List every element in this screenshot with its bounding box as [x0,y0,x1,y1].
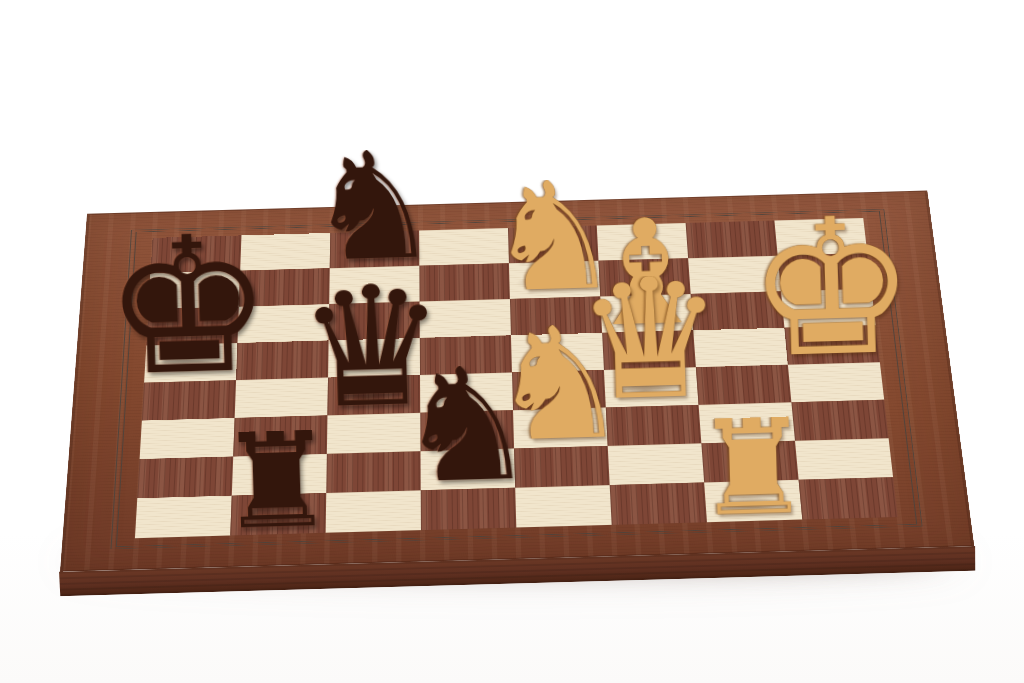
square-h8[interactable] [799,477,898,519]
board-top-surface: ♞♞♝♚♚♛♛♞♞♜♜ [60,190,974,571]
piece-white-king-h4[interactable]: ♚ [745,213,918,364]
square-f8[interactable] [610,482,707,524]
piece-black-king-a4[interactable]: ♚ [102,231,275,382]
piece-white-rook-g8[interactable]: ♜ [693,416,813,521]
piece-black-rook-b8[interactable]: ♜ [217,429,337,534]
square-d7[interactable]: ♞ [420,449,515,491]
square-f7[interactable] [608,443,704,485]
board-grid: ♞♞♝♚♚♛♛♞♞♜♜ [135,218,898,538]
square-a8[interactable] [135,496,232,539]
square-a4[interactable]: ♚ [144,343,237,383]
product-photo-stage: ♞♞♝♚♚♛♛♞♞♜♜ [0,0,1024,683]
piece-black-knight-d7[interactable]: ♞ [395,364,538,490]
square-g8[interactable]: ♜ [704,480,802,522]
square-c8[interactable] [326,490,421,533]
square-d8[interactable] [421,488,517,530]
square-h4[interactable]: ♚ [784,325,879,365]
square-e8[interactable] [515,485,611,527]
square-b8[interactable]: ♜ [230,493,326,536]
